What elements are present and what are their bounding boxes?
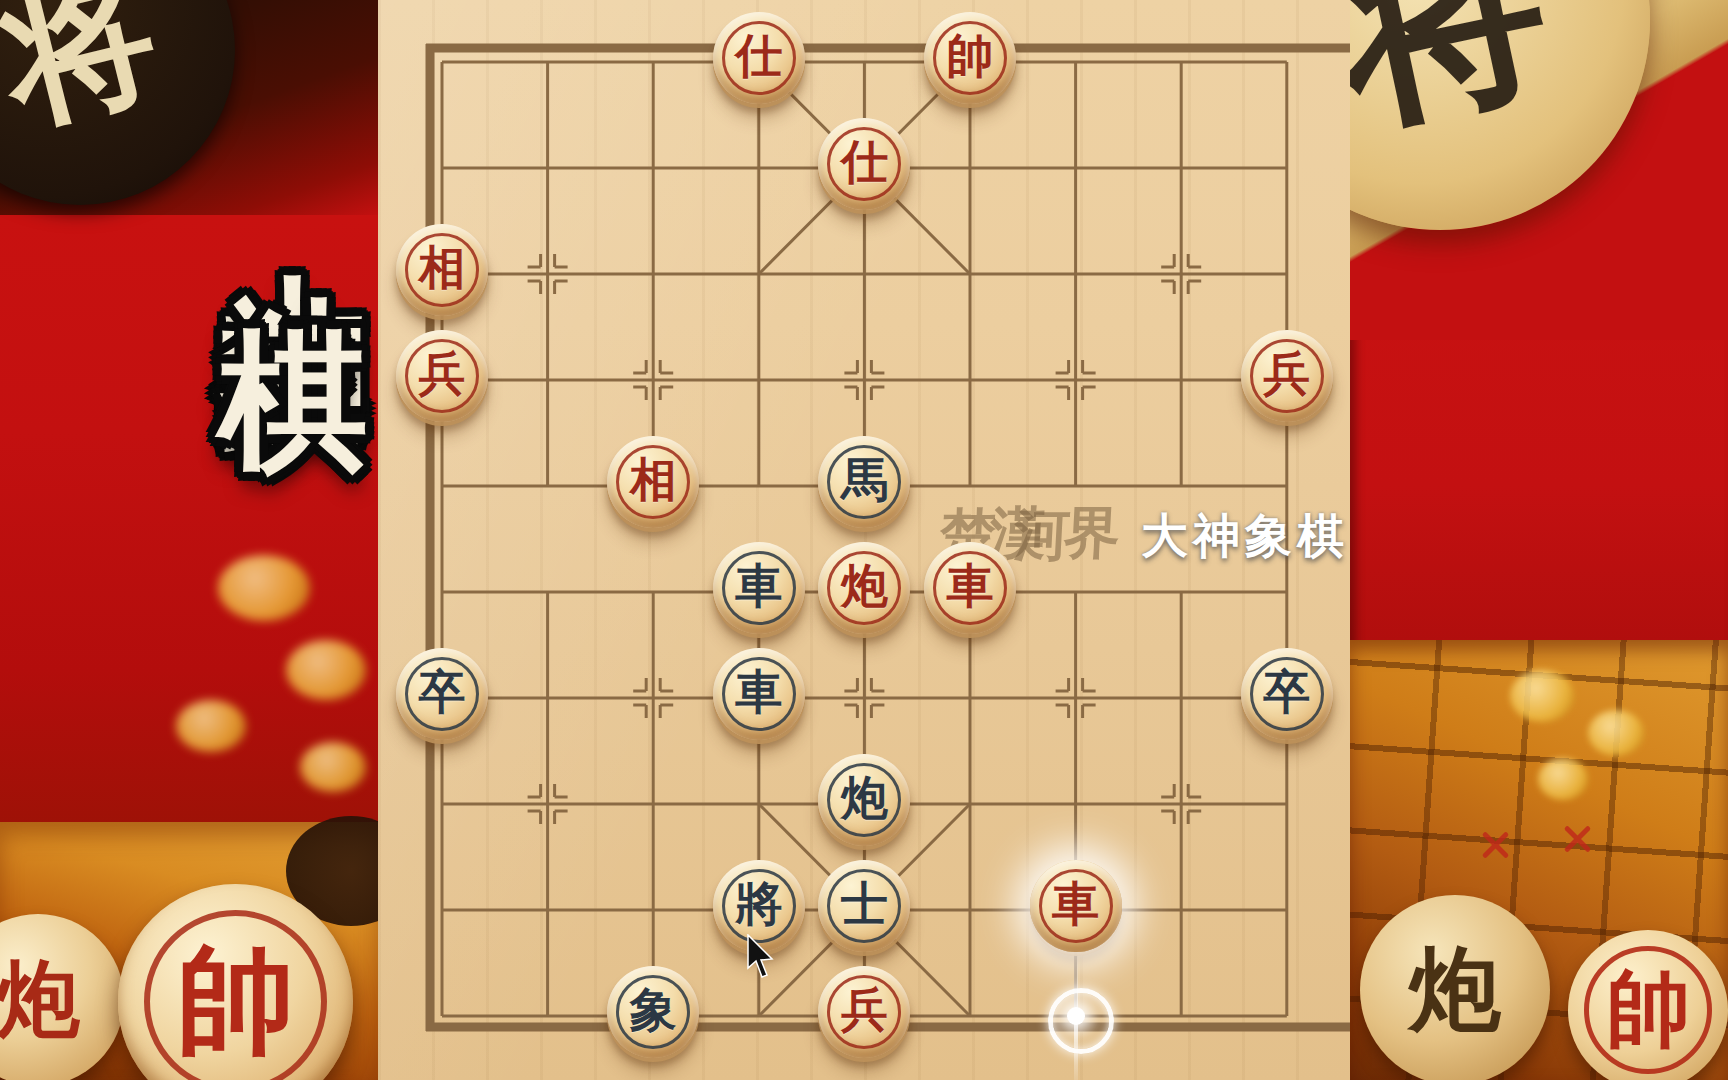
photo-piece-pao-left: 炮: [0, 914, 124, 1080]
right-top-photo: 将: [1350, 0, 1728, 340]
piece-red-車-c7r9[interactable]: 車: [1030, 860, 1122, 952]
gold-coin: [1510, 670, 1574, 722]
piece-black-車-c4r6[interactable]: 車: [713, 542, 805, 634]
piece-red-炮-c5r6[interactable]: 炮: [818, 542, 910, 634]
gold-ingot: [176, 700, 246, 752]
photo-piece-char: 帥: [1606, 953, 1690, 1067]
gold-coin: [1588, 710, 1644, 756]
photo-piece-char: 炮: [1409, 928, 1501, 1052]
left-bottom-photo: 炮 帥: [0, 822, 378, 1080]
board-x-mark: [1478, 828, 1512, 862]
piece-black-車-c4r7[interactable]: 車: [713, 648, 805, 740]
screenshot-root: 将 炮 帥 大神象棋 楚河 漢界 仕帥仕相兵兵相馬車炮車卒車卒炮將士車象兵 大神…: [0, 0, 1728, 1080]
board-x-mark: [1560, 822, 1594, 856]
piece-red-帥-c6r1[interactable]: 帥: [924, 12, 1016, 104]
left-banner: 将 炮 帥 大神象棋: [0, 0, 378, 1080]
left-title: 大神象棋: [196, 142, 379, 214]
right-bottom-photo: 炮 帥: [1350, 640, 1728, 1080]
piece-red-仕-c4r1[interactable]: 仕: [713, 12, 805, 104]
gold-ingot: [218, 555, 310, 621]
piece-black-馬-c5r5[interactable]: 馬: [818, 436, 910, 528]
piece-red-兵-c1r4[interactable]: 兵: [396, 330, 488, 422]
gold-coin: [1538, 758, 1588, 800]
photo-piece-char: 将: [1350, 0, 1572, 180]
mouse-cursor: [746, 934, 776, 980]
right-banner: 将 炮 帥 象棋大师 创新 中炮对屏风马: [1350, 0, 1728, 1080]
piece-black-象-c3r10[interactable]: 象: [607, 966, 699, 1058]
last-move-indicator: [1048, 988, 1114, 1054]
piece-black-卒-c1r7[interactable]: 卒: [396, 648, 488, 740]
river-label-han-jie: 漢界: [988, 496, 1140, 572]
piece-red-兵-c9r4[interactable]: 兵: [1241, 330, 1333, 422]
watermark: 大神象棋: [1130, 505, 1350, 568]
piece-red-車-c6r6[interactable]: 車: [924, 542, 1016, 634]
gold-ingot: [300, 742, 366, 792]
piece-red-仕-c5r2[interactable]: 仕: [818, 118, 910, 210]
gold-ingot: [286, 640, 366, 700]
piece-red-兵-c5r10[interactable]: 兵: [818, 966, 910, 1058]
photo-piece-char: 将: [0, 0, 177, 166]
photo-piece-char: 帥: [177, 922, 295, 1080]
piece-black-炮-c5r8[interactable]: 炮: [818, 754, 910, 846]
xiangqi-board[interactable]: 楚河 漢界 仕帥仕相兵兵相馬車炮車卒車卒炮將士車象兵 大神象棋: [378, 0, 1350, 1080]
photo-piece-jiang-right: 将: [1350, 0, 1650, 230]
piece-black-卒-c9r7[interactable]: 卒: [1241, 648, 1333, 740]
piece-red-相-c1r3[interactable]: 相: [396, 224, 488, 316]
photo-piece-shuai-right: 帥: [1568, 930, 1728, 1080]
piece-black-士-c5r9[interactable]: 士: [818, 860, 910, 952]
piece-red-相-c3r5[interactable]: 相: [607, 436, 699, 528]
photo-piece-char: 炮: [0, 943, 80, 1057]
photo-piece-pao-right: 炮: [1360, 895, 1550, 1080]
